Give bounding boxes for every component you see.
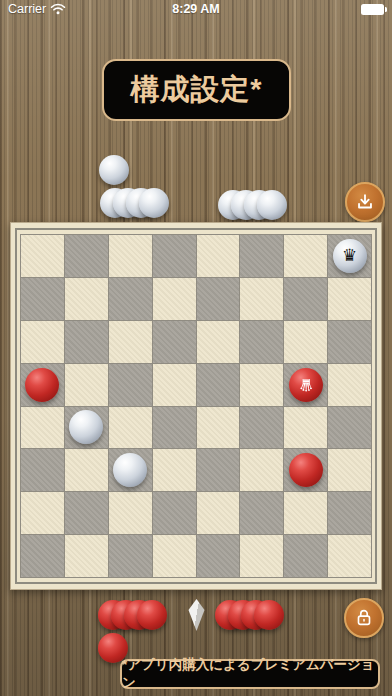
square-r3c4[interactable] xyxy=(153,321,196,363)
white-tray-row-b[interactable] xyxy=(218,190,287,220)
square-r8c2[interactable] xyxy=(65,535,108,577)
download-button[interactable] xyxy=(345,182,385,222)
clock: 8:29 AM xyxy=(0,2,392,16)
red-man-piece[interactable] xyxy=(289,453,323,487)
square-r4c1[interactable] xyxy=(21,364,64,406)
red-tray-row-a[interactable] xyxy=(98,600,167,630)
square-r6c3[interactable] xyxy=(109,449,152,491)
crown-icon: ♛ xyxy=(289,368,323,402)
square-r6c6[interactable] xyxy=(240,449,283,491)
square-r1c7[interactable] xyxy=(284,235,327,277)
premium-note: *アプリ内購入によるプレミアムバージョン xyxy=(120,659,380,689)
square-r3c8[interactable] xyxy=(328,321,371,363)
premium-note-label: *アプリ内購入によるプレミアムバージョン xyxy=(122,656,378,692)
square-r7c3[interactable] xyxy=(109,492,152,534)
white-tray-ball[interactable] xyxy=(99,155,129,185)
white-man-piece[interactable] xyxy=(69,410,103,444)
square-r7c6[interactable] xyxy=(240,492,283,534)
square-r8c5[interactable] xyxy=(197,535,240,577)
square-r2c4[interactable] xyxy=(153,278,196,320)
square-r2c3[interactable] xyxy=(109,278,152,320)
square-r3c5[interactable] xyxy=(197,321,240,363)
board-grid: ♛♛ xyxy=(20,234,372,578)
battery-icon xyxy=(361,4,384,15)
square-r4c8[interactable] xyxy=(328,364,371,406)
square-r5c4[interactable] xyxy=(153,407,196,449)
lock-button[interactable] xyxy=(344,598,384,638)
status-bar: Carrier 8:29 AM xyxy=(0,0,392,20)
square-r6c4[interactable] xyxy=(153,449,196,491)
square-r6c8[interactable] xyxy=(328,449,371,491)
square-r4c6[interactable] xyxy=(240,364,283,406)
square-r2c1[interactable] xyxy=(21,278,64,320)
square-r2c8[interactable] xyxy=(328,278,371,320)
square-r6c2[interactable] xyxy=(65,449,108,491)
square-r8c6[interactable] xyxy=(240,535,283,577)
square-r3c6[interactable] xyxy=(240,321,283,363)
red-tray-ball[interactable] xyxy=(254,600,284,630)
square-r3c2[interactable] xyxy=(65,321,108,363)
square-r8c8[interactable] xyxy=(328,535,371,577)
square-r1c6[interactable] xyxy=(240,235,283,277)
square-r7c4[interactable] xyxy=(153,492,196,534)
square-r2c6[interactable] xyxy=(240,278,283,320)
lock-icon xyxy=(353,607,375,629)
square-r1c2[interactable] xyxy=(65,235,108,277)
square-r8c3[interactable] xyxy=(109,535,152,577)
white-man-piece[interactable] xyxy=(113,453,147,487)
square-r2c2[interactable] xyxy=(65,278,108,320)
app-screen: Carrier 8:29 AM 構成設定* xyxy=(0,0,392,696)
red-tray-row-b[interactable] xyxy=(215,600,284,630)
red-king-piece[interactable]: ♛ xyxy=(289,368,323,402)
red-man-piece[interactable] xyxy=(25,368,59,402)
square-r3c3[interactable] xyxy=(109,321,152,363)
square-r4c5[interactable] xyxy=(197,364,240,406)
square-r5c7[interactable] xyxy=(284,407,327,449)
square-r4c2[interactable] xyxy=(65,364,108,406)
checkers-board: ♛♛ xyxy=(10,222,382,590)
page-title: 構成設定* xyxy=(102,59,291,121)
white-tray-ball[interactable] xyxy=(257,190,287,220)
square-r4c4[interactable] xyxy=(153,364,196,406)
square-r2c5[interactable] xyxy=(197,278,240,320)
white-king-piece[interactable]: ♛ xyxy=(333,239,367,273)
square-r3c7[interactable] xyxy=(284,321,327,363)
crown-icon: ♛ xyxy=(333,239,367,273)
square-r1c4[interactable] xyxy=(153,235,196,277)
square-r8c7[interactable] xyxy=(284,535,327,577)
square-r6c5[interactable] xyxy=(197,449,240,491)
square-r7c5[interactable] xyxy=(197,492,240,534)
square-r7c2[interactable] xyxy=(65,492,108,534)
red-tray-ball[interactable] xyxy=(137,600,167,630)
square-r4c3[interactable] xyxy=(109,364,152,406)
square-r1c8[interactable]: ♛ xyxy=(328,235,371,277)
square-r1c3[interactable] xyxy=(109,235,152,277)
white-tray-row-a[interactable] xyxy=(100,188,169,218)
square-r5c1[interactable] xyxy=(21,407,64,449)
square-r5c2[interactable] xyxy=(65,407,108,449)
square-r4c7[interactable]: ♛ xyxy=(284,364,327,406)
square-r7c1[interactable] xyxy=(21,492,64,534)
white-tray-ball[interactable] xyxy=(139,188,169,218)
square-r6c1[interactable] xyxy=(21,449,64,491)
square-r6c7[interactable] xyxy=(284,449,327,491)
square-r7c7[interactable] xyxy=(284,492,327,534)
square-r1c5[interactable] xyxy=(197,235,240,277)
square-r5c5[interactable] xyxy=(197,407,240,449)
square-r1c1[interactable] xyxy=(21,235,64,277)
download-icon xyxy=(354,191,376,213)
square-r2c7[interactable] xyxy=(284,278,327,320)
white-tray-single[interactable] xyxy=(99,155,129,185)
square-r7c8[interactable] xyxy=(328,492,371,534)
square-r5c3[interactable] xyxy=(109,407,152,449)
square-r5c6[interactable] xyxy=(240,407,283,449)
square-r3c1[interactable] xyxy=(21,321,64,363)
page-title-label: 構成設定* xyxy=(130,70,262,110)
square-r8c4[interactable] xyxy=(153,535,196,577)
diamond-cursor-icon xyxy=(188,599,205,631)
square-r5c8[interactable] xyxy=(328,407,371,449)
square-r8c1[interactable] xyxy=(21,535,64,577)
